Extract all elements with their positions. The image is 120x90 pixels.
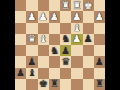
square-f6[interactable] xyxy=(38,56,49,67)
white-pawn-g2: ♟ xyxy=(27,11,36,21)
white-bishop-f4: ♝ xyxy=(39,34,48,44)
square-e4[interactable] xyxy=(49,34,60,45)
black-king-f8: ♚ xyxy=(39,79,48,89)
square-a6[interactable]: ♟ xyxy=(94,56,105,67)
square-g4[interactable]: ♛ xyxy=(26,34,37,45)
square-g6[interactable]: ♟ xyxy=(26,56,37,67)
square-f8[interactable]: ♚ xyxy=(38,79,49,90)
square-a3[interactable] xyxy=(94,23,105,34)
white-pawn-e2: ♟ xyxy=(50,11,59,21)
square-b5[interactable] xyxy=(83,45,94,56)
square-g5[interactable] xyxy=(26,45,37,56)
square-c5[interactable] xyxy=(71,45,82,56)
black-pawn-d5: ♟ xyxy=(61,45,70,55)
square-d7[interactable] xyxy=(60,68,71,79)
square-c3[interactable]: ♝ xyxy=(71,23,82,34)
chessboard: ♜♜♚♟♟♟♟♟♝♛♝♞♟♟♞♟♟♛♟♟♝♚♜♜ xyxy=(15,0,105,90)
square-f5[interactable] xyxy=(38,45,49,56)
white-rook-c1: ♜ xyxy=(72,0,81,10)
square-d3[interactable] xyxy=(60,23,71,34)
square-h8[interactable] xyxy=(15,79,26,90)
square-d2[interactable] xyxy=(60,11,71,22)
square-c7[interactable] xyxy=(71,68,82,79)
square-c8[interactable] xyxy=(71,79,82,90)
square-h3[interactable] xyxy=(15,23,26,34)
square-h2[interactable] xyxy=(15,11,26,22)
letterbox-right xyxy=(105,0,120,90)
square-d4[interactable]: ♞ xyxy=(60,34,71,45)
square-h7[interactable]: ♟ xyxy=(15,68,26,79)
letterbox-left xyxy=(0,0,15,90)
square-b4[interactable]: ♟ xyxy=(83,34,94,45)
square-b8[interactable] xyxy=(83,79,94,90)
square-e1[interactable] xyxy=(49,0,60,11)
square-b2[interactable] xyxy=(83,11,94,22)
square-h5[interactable] xyxy=(15,45,26,56)
white-pawn-c4: ♟ xyxy=(72,34,81,44)
square-d6[interactable]: ♛ xyxy=(60,56,71,67)
black-pawn-a6: ♟ xyxy=(95,56,104,66)
square-g1[interactable] xyxy=(26,0,37,11)
square-a7[interactable] xyxy=(94,68,105,79)
square-h4[interactable] xyxy=(15,34,26,45)
black-rook-e8: ♜ xyxy=(50,79,59,89)
square-f2[interactable]: ♟ xyxy=(38,11,49,22)
square-b1[interactable]: ♚ xyxy=(83,0,94,11)
square-c2[interactable]: ♟ xyxy=(71,11,82,22)
black-queen-d6: ♛ xyxy=(61,56,70,66)
white-bishop-c3: ♝ xyxy=(72,23,81,33)
white-pawn-a2: ♟ xyxy=(95,11,104,21)
square-g7[interactable]: ♝ xyxy=(26,68,37,79)
square-c1[interactable]: ♜ xyxy=(71,0,82,11)
square-g3[interactable] xyxy=(26,23,37,34)
square-a5[interactable] xyxy=(94,45,105,56)
square-e6[interactable] xyxy=(49,56,60,67)
black-knight-e5: ♞ xyxy=(50,45,59,55)
square-a2[interactable]: ♟ xyxy=(94,11,105,22)
square-b3[interactable] xyxy=(83,23,94,34)
white-rook-d1: ♜ xyxy=(61,0,70,10)
square-h6[interactable] xyxy=(15,56,26,67)
square-f3[interactable] xyxy=(38,23,49,34)
black-pawn-g6: ♟ xyxy=(27,56,36,66)
square-a8[interactable]: ♜ xyxy=(94,79,105,90)
square-f1[interactable] xyxy=(38,0,49,11)
square-e8[interactable]: ♜ xyxy=(49,79,60,90)
square-d1[interactable]: ♜ xyxy=(60,0,71,11)
white-pawn-c2: ♟ xyxy=(72,11,81,21)
black-rook-a8: ♜ xyxy=(95,79,104,89)
black-pawn-h7: ♟ xyxy=(16,68,25,78)
square-b6[interactable] xyxy=(83,56,94,67)
square-d5[interactable]: ♟ xyxy=(60,45,71,56)
square-e5[interactable]: ♞ xyxy=(49,45,60,56)
black-pawn-b4: ♟ xyxy=(84,34,93,44)
black-knight-d4: ♞ xyxy=(61,34,70,44)
white-king-b1: ♚ xyxy=(84,0,93,10)
black-bishop-g7: ♝ xyxy=(27,68,36,78)
square-a1[interactable] xyxy=(94,0,105,11)
white-queen-g4: ♛ xyxy=(27,34,36,44)
square-h1[interactable] xyxy=(15,0,26,11)
white-pawn-f2: ♟ xyxy=(39,11,48,21)
square-g2[interactable]: ♟ xyxy=(26,11,37,22)
square-e3[interactable] xyxy=(49,23,60,34)
square-b7[interactable] xyxy=(83,68,94,79)
square-c4[interactable]: ♟ xyxy=(71,34,82,45)
square-e7[interactable] xyxy=(49,68,60,79)
square-g8[interactable] xyxy=(26,79,37,90)
square-f7[interactable] xyxy=(38,68,49,79)
square-f4[interactable]: ♝ xyxy=(38,34,49,45)
square-a4[interactable] xyxy=(94,34,105,45)
square-e2[interactable]: ♟ xyxy=(49,11,60,22)
square-d8[interactable] xyxy=(60,79,71,90)
square-c6[interactable] xyxy=(71,56,82,67)
